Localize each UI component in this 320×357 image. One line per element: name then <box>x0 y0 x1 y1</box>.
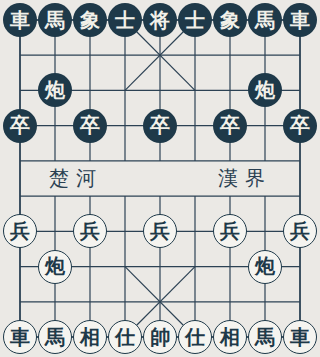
piece-general-black[interactable]: 将 <box>143 3 177 37</box>
piece-elephant-black[interactable]: 象 <box>73 3 107 37</box>
piece-cannon-red[interactable]: 炮 <box>38 250 72 284</box>
piece-chariot-red[interactable]: 車 <box>283 320 317 354</box>
piece-horse-black[interactable]: 馬 <box>248 3 282 37</box>
piece-elephant-red[interactable]: 相 <box>213 320 247 354</box>
piece-advisor-black[interactable]: 士 <box>108 3 142 37</box>
piece-cannon-red[interactable]: 炮 <box>248 250 282 284</box>
piece-horse-black[interactable]: 馬 <box>38 3 72 37</box>
piece-horse-red[interactable]: 馬 <box>38 320 72 354</box>
river-label-left: 楚河 <box>49 166 103 190</box>
piece-advisor-black[interactable]: 士 <box>178 3 212 37</box>
piece-elephant-black[interactable]: 象 <box>213 3 247 37</box>
board-grid <box>0 0 320 357</box>
river-label-right: 漢界 <box>218 166 272 190</box>
xiangqi-board: 楚河 漢界 車馬象士将士象馬車炮炮卒卒卒卒卒兵兵兵兵兵炮炮車馬相仕帥仕相馬車 <box>0 0 320 357</box>
piece-general-red[interactable]: 帥 <box>143 320 177 354</box>
piece-soldier-black[interactable]: 卒 <box>3 109 37 143</box>
piece-chariot-black[interactable]: 車 <box>283 3 317 37</box>
piece-advisor-red[interactable]: 仕 <box>178 320 212 354</box>
piece-chariot-black[interactable]: 車 <box>3 3 37 37</box>
piece-elephant-red[interactable]: 相 <box>73 320 107 354</box>
piece-chariot-red[interactable]: 車 <box>3 320 37 354</box>
piece-soldier-black[interactable]: 卒 <box>73 109 107 143</box>
piece-soldier-black[interactable]: 卒 <box>143 109 177 143</box>
piece-soldier-black[interactable]: 卒 <box>283 109 317 143</box>
piece-advisor-red[interactable]: 仕 <box>108 320 142 354</box>
piece-horse-red[interactable]: 馬 <box>248 320 282 354</box>
piece-soldier-black[interactable]: 卒 <box>213 109 247 143</box>
